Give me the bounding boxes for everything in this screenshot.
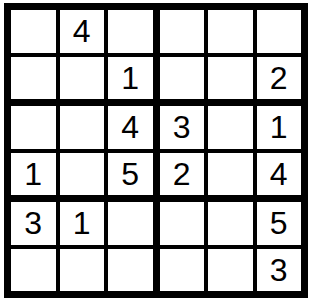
cell-r2c4[interactable] [160, 57, 205, 100]
cell-r3c1[interactable] [11, 106, 56, 149]
cell-r4c6[interactable]: 4 [257, 153, 302, 196]
cell-r6c6[interactable]: 3 [257, 249, 302, 292]
cell-r6c1[interactable] [11, 249, 56, 292]
cell-r2c2[interactable] [60, 57, 105, 100]
cell-r2c6[interactable]: 2 [257, 57, 302, 100]
cell-r4c3[interactable]: 5 [108, 153, 153, 196]
cell-r1c6[interactable] [257, 10, 302, 53]
cell-r2c1[interactable] [11, 57, 56, 100]
cell-r4c4[interactable]: 2 [160, 153, 205, 196]
cell-r1c1[interactable] [11, 10, 56, 53]
cell-r3c6[interactable]: 1 [257, 106, 302, 149]
cell-r5c5[interactable] [208, 202, 253, 245]
cell-r3c4[interactable]: 3 [160, 106, 205, 149]
cell-r6c4[interactable] [160, 249, 205, 292]
cell-r4c1[interactable]: 1 [11, 153, 56, 196]
sudoku-board: 41243115243153 [4, 3, 308, 298]
cell-r4c5[interactable] [208, 153, 253, 196]
cell-r1c4[interactable] [160, 10, 205, 53]
cell-r4c2[interactable] [60, 153, 105, 196]
cell-r6c3[interactable] [108, 249, 153, 292]
cell-r1c5[interactable] [208, 10, 253, 53]
cell-r5c3[interactable] [108, 202, 153, 245]
cell-r2c3[interactable]: 1 [108, 57, 153, 100]
cell-r1c3[interactable] [108, 10, 153, 53]
cell-r1c2[interactable]: 4 [60, 10, 105, 53]
cell-r3c2[interactable] [60, 106, 105, 149]
cell-r3c3[interactable]: 4 [108, 106, 153, 149]
cell-r5c6[interactable]: 5 [257, 202, 302, 245]
puzzle-page: 41243115243153 [0, 0, 311, 300]
cell-r5c1[interactable]: 3 [11, 202, 56, 245]
cell-r6c5[interactable] [208, 249, 253, 292]
cell-r5c2[interactable]: 1 [60, 202, 105, 245]
cell-r5c4[interactable] [160, 202, 205, 245]
cell-r3c5[interactable] [208, 106, 253, 149]
cell-r2c5[interactable] [208, 57, 253, 100]
cell-r6c2[interactable] [60, 249, 105, 292]
